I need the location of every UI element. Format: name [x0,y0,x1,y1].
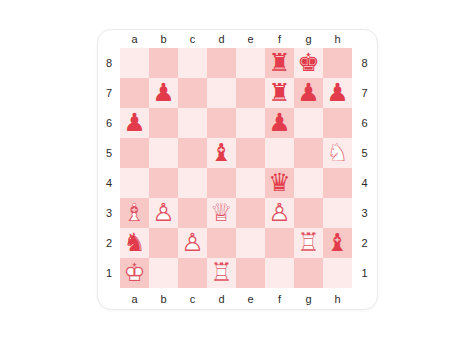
square-e2[interactable] [236,228,265,258]
rank-label-5-right: 5 [352,138,377,168]
square-h4[interactable] [323,168,352,198]
file-label-g-bottom: g [294,288,323,310]
knight-glyph: ♞ [120,228,149,258]
square-d3[interactable]: ♛♕ [207,198,236,228]
rank-label-5-left: 5 [98,138,120,168]
rank-label-7-right: 7 [352,78,377,108]
square-f5[interactable] [265,138,294,168]
square-c2[interactable]: ♟♙ [178,228,207,258]
queen-glyph-outline: ♕ [207,198,236,228]
chessboard-card: abcdefgh8♜♚87♟♜♟♟76♟♟65♝♞♘54♛43♝♗♟♙♛♕♟♙3… [97,29,378,310]
square-a8[interactable] [120,48,149,78]
square-g1[interactable] [294,258,323,288]
square-g5[interactable] [294,138,323,168]
pawn-glyph-outline: ♙ [149,198,178,228]
black-pawn-h7[interactable]: ♟ [323,78,352,108]
square-h8[interactable] [323,48,352,78]
file-label-c-top: c [178,30,207,48]
pawn-glyph: ♟ [265,108,294,138]
square-g3[interactable] [294,198,323,228]
square-d1[interactable]: ♜♖ [207,258,236,288]
square-a4[interactable] [120,168,149,198]
rank-label-2-left: 2 [98,228,120,258]
pawn-glyph-outline: ♙ [265,198,294,228]
square-f4[interactable]: ♛ [265,168,294,198]
square-g4[interactable] [294,168,323,198]
square-e5[interactable] [236,138,265,168]
square-g8[interactable]: ♚ [294,48,323,78]
white-king-a1[interactable]: ♚♔ [120,258,149,288]
rank-label-8-left: 8 [98,48,120,78]
white-pawn-c2[interactable]: ♟♙ [178,228,207,258]
rank-label-2-right: 2 [352,228,377,258]
queen-glyph: ♛ [265,168,294,198]
square-h6[interactable] [323,108,352,138]
board-corner [98,288,120,310]
square-h3[interactable] [323,198,352,228]
square-a1[interactable]: ♚♔ [120,258,149,288]
file-label-f-bottom: f [265,288,294,310]
square-a6[interactable]: ♟ [120,108,149,138]
rook-glyph-outline: ♖ [294,228,323,258]
rank-label-8-right: 8 [352,48,377,78]
file-label-g-top: g [294,30,323,48]
square-e3[interactable] [236,198,265,228]
file-label-e-bottom: e [236,288,265,310]
square-e1[interactable] [236,258,265,288]
square-c3[interactable] [178,198,207,228]
rank-label-1-right: 1 [352,258,377,288]
rank-label-4-left: 4 [98,168,120,198]
square-a7[interactable] [120,78,149,108]
black-rook-f8[interactable]: ♜ [265,48,294,78]
black-bishop-h2[interactable]: ♝ [323,228,352,258]
square-a5[interactable] [120,138,149,168]
square-b1[interactable] [149,258,178,288]
file-label-h-top: h [323,30,352,48]
black-queen-f4[interactable]: ♛ [265,168,294,198]
black-pawn-a6[interactable]: ♟ [120,108,149,138]
white-rook-d1[interactable]: ♜♖ [207,258,236,288]
square-h7[interactable]: ♟ [323,78,352,108]
square-f6[interactable]: ♟ [265,108,294,138]
file-label-h-bottom: h [323,288,352,310]
pawn-glyph: ♟ [294,78,323,108]
rank-label-1-left: 1 [98,258,120,288]
square-d2[interactable] [207,228,236,258]
square-g6[interactable] [294,108,323,138]
square-c7[interactable] [178,78,207,108]
file-label-d-top: d [207,30,236,48]
square-c5[interactable] [178,138,207,168]
square-c4[interactable] [178,168,207,198]
black-king-g8[interactable]: ♚ [294,48,323,78]
square-c8[interactable] [178,48,207,78]
square-e8[interactable] [236,48,265,78]
white-rook-g2[interactable]: ♜♖ [294,228,323,258]
square-a3[interactable]: ♝♗ [120,198,149,228]
square-c6[interactable] [178,108,207,138]
file-label-e-top: e [236,30,265,48]
file-label-b-bottom: b [149,288,178,310]
king-glyph-outline: ♔ [120,258,149,288]
rank-label-3-left: 3 [98,198,120,228]
file-label-a-bottom: a [120,288,149,310]
bishop-glyph: ♝ [207,138,236,168]
black-knight-a2[interactable]: ♞ [120,228,149,258]
black-pawn-b7[interactable]: ♟ [149,78,178,108]
square-b4[interactable] [149,168,178,198]
white-queen-d3[interactable]: ♛♕ [207,198,236,228]
knight-glyph-outline: ♘ [323,138,352,168]
rank-label-4-right: 4 [352,168,377,198]
square-d4[interactable] [207,168,236,198]
square-h5[interactable]: ♞♘ [323,138,352,168]
square-b6[interactable] [149,108,178,138]
file-label-a-top: a [120,30,149,48]
square-f8[interactable]: ♜ [265,48,294,78]
file-label-c-bottom: c [178,288,207,310]
white-bishop-a3[interactable]: ♝♗ [120,198,149,228]
square-h2[interactable]: ♝ [323,228,352,258]
white-pawn-b3[interactable]: ♟♙ [149,198,178,228]
file-label-d-bottom: d [207,288,236,310]
bishop-glyph: ♝ [323,228,352,258]
board-corner [352,288,377,310]
pawn-glyph: ♟ [149,78,178,108]
square-d5[interactable]: ♝ [207,138,236,168]
rook-glyph: ♜ [265,48,294,78]
file-label-b-top: b [149,30,178,48]
square-g2[interactable]: ♜♖ [294,228,323,258]
board-corner [352,30,377,48]
rank-label-7-left: 7 [98,78,120,108]
square-b8[interactable] [149,48,178,78]
square-h1[interactable] [323,258,352,288]
square-d7[interactable] [207,78,236,108]
square-a2[interactable]: ♞ [120,228,149,258]
chessboard: abcdefgh8♜♚87♟♜♟♟76♟♟65♝♞♘54♛43♝♗♟♙♛♕♟♙3… [98,30,377,309]
pawn-glyph-outline: ♙ [178,228,207,258]
rook-glyph-outline: ♖ [207,258,236,288]
king-glyph: ♚ [294,48,323,78]
square-e6[interactable] [236,108,265,138]
square-g7[interactable]: ♟ [294,78,323,108]
square-b2[interactable] [149,228,178,258]
black-bishop-d5[interactable]: ♝ [207,138,236,168]
square-e7[interactable] [236,78,265,108]
square-b7[interactable]: ♟ [149,78,178,108]
rank-label-3-right: 3 [352,198,377,228]
black-rook-f7[interactable]: ♜ [265,78,294,108]
square-f7[interactable]: ♜ [265,78,294,108]
board-corner [98,30,120,48]
rook-glyph: ♜ [265,78,294,108]
bishop-glyph-outline: ♗ [120,198,149,228]
page: abcdefgh8♜♚87♟♜♟♟76♟♟65♝♞♘54♛43♝♗♟♙♛♕♟♙3… [0,0,474,339]
rank-label-6-right: 6 [352,108,377,138]
square-d6[interactable] [207,108,236,138]
pawn-glyph: ♟ [120,108,149,138]
square-e4[interactable] [236,168,265,198]
square-d8[interactable] [207,48,236,78]
white-knight-h5[interactable]: ♞♘ [323,138,352,168]
black-pawn-g7[interactable]: ♟ [294,78,323,108]
square-c1[interactable] [178,258,207,288]
white-pawn-f3[interactable]: ♟♙ [265,198,294,228]
square-f3[interactable]: ♟♙ [265,198,294,228]
pawn-glyph: ♟ [323,78,352,108]
black-pawn-f6[interactable]: ♟ [265,108,294,138]
square-b3[interactable]: ♟♙ [149,198,178,228]
file-label-f-top: f [265,30,294,48]
square-b5[interactable] [149,138,178,168]
square-f1[interactable] [265,258,294,288]
rank-label-6-left: 6 [98,108,120,138]
square-f2[interactable] [265,228,294,258]
